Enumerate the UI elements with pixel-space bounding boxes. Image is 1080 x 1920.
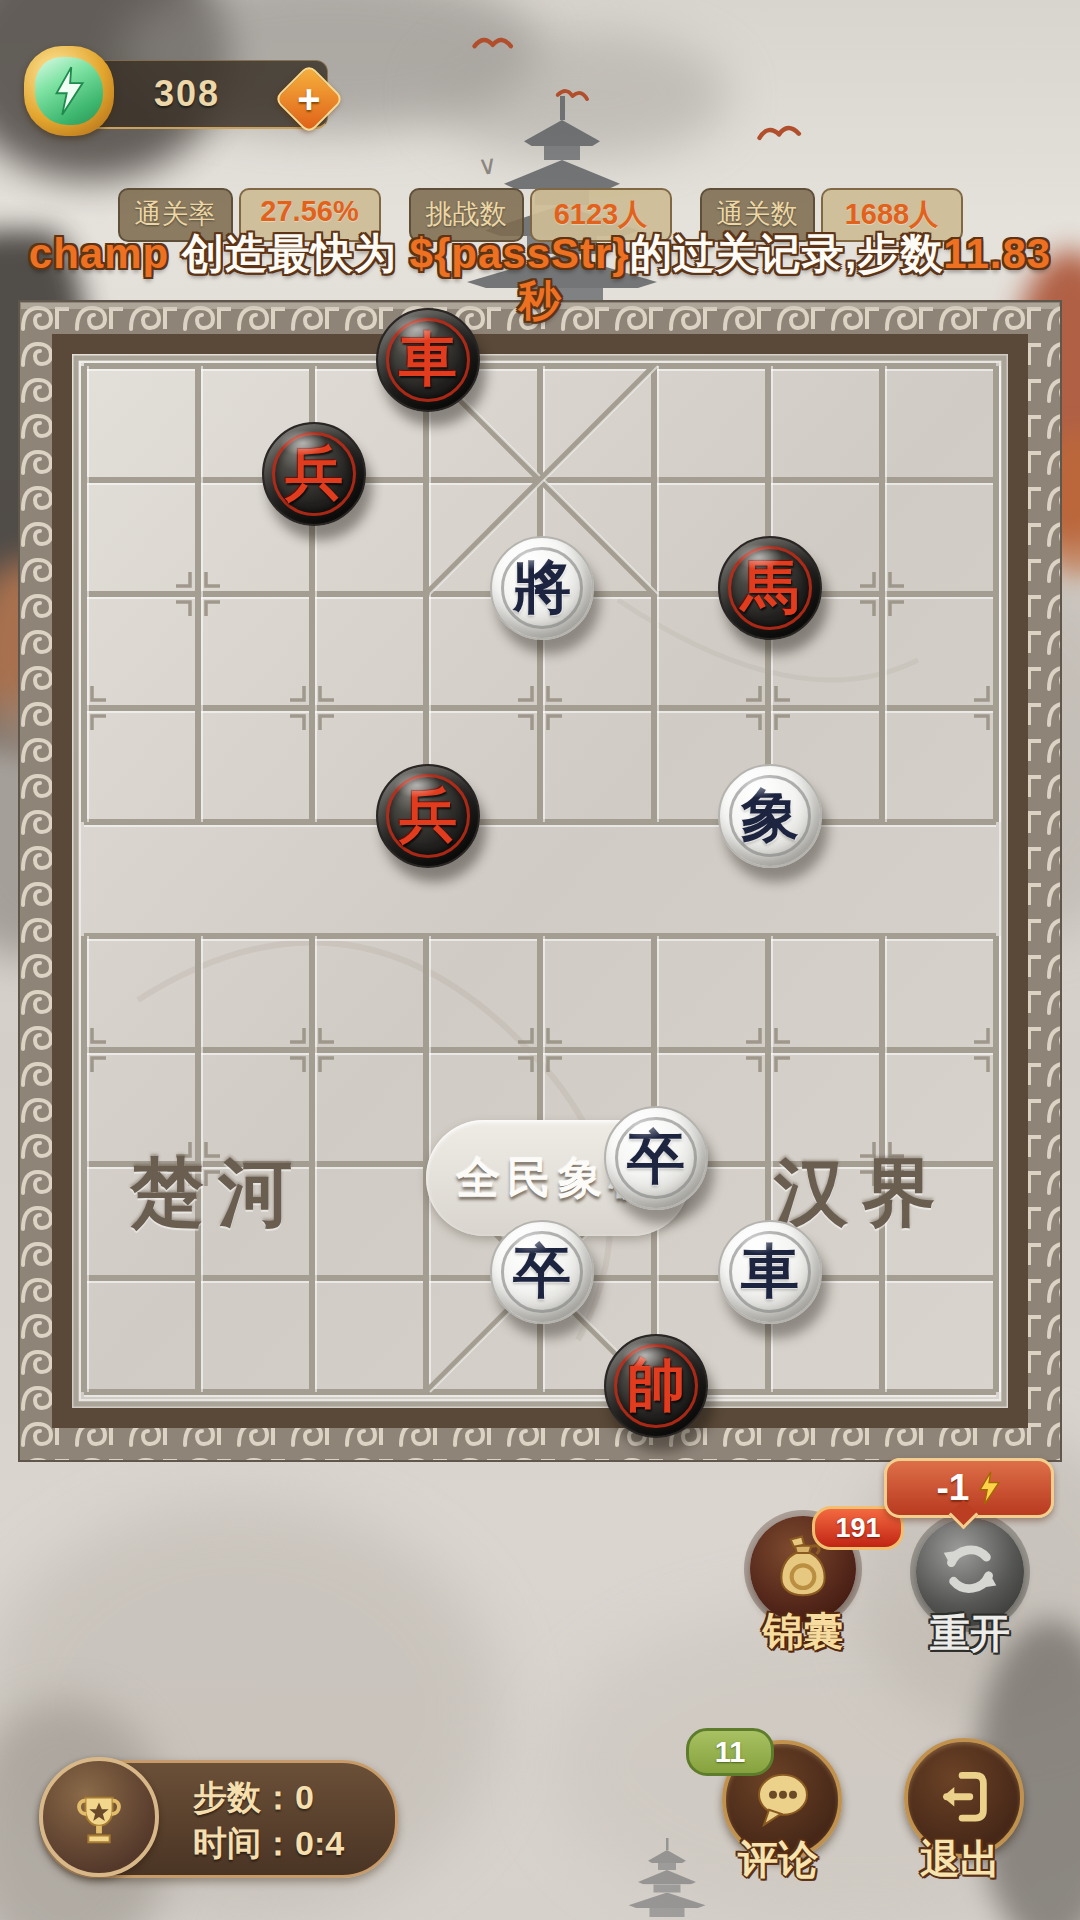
piece-車-black[interactable]: 車 [718, 1220, 822, 1324]
piece-卒-black[interactable]: 卒 [604, 1106, 708, 1210]
comments-label: 评论 [698, 1832, 858, 1887]
level-stats: 通关率 27.56% 挑战数 6123人 通关数 1688人 [0, 188, 1080, 242]
restart-cost-bubble: -1 [884, 1458, 1054, 1518]
energy-gem-icon [24, 46, 114, 136]
stat-value: 27.56% [239, 188, 381, 242]
hud-text: 步数：0 时间：0:4 [193, 1774, 344, 1866]
chat-bubble-icon [750, 1769, 814, 1829]
bird-icon [755, 116, 805, 145]
time-label: 时间： [193, 1824, 295, 1862]
stat-challengers: 挑战数 6123人 [409, 188, 672, 242]
steps-value: 0 [295, 1778, 314, 1816]
piece-將-black[interactable]: 將 [490, 536, 594, 640]
pagoda-silhouette-small [640, 1838, 695, 1917]
exit-icon [933, 1766, 995, 1828]
stat-pass-rate: 通关率 27.56% [118, 188, 381, 242]
piece-象-black[interactable]: 象 [718, 764, 822, 868]
piece-車-red[interactable]: 車 [376, 308, 480, 412]
time-value: 0:4 [295, 1824, 344, 1862]
piece-馬-red[interactable]: 馬 [718, 536, 822, 640]
energy-count: 308 [154, 73, 260, 115]
hud-panel: 步数：0 时间：0:4 [40, 1760, 398, 1878]
trophy-badge [39, 1757, 159, 1877]
trophy-icon [68, 1786, 130, 1848]
game-screen: ∨ 308 + 通关率 27.56% 挑战数 6123人 [0, 0, 1080, 1920]
lightning-icon [50, 66, 88, 116]
lightning-icon [977, 1471, 1001, 1505]
stat-label: 挑战数 [409, 188, 524, 242]
exit-label: 退出 [880, 1832, 1040, 1887]
refresh-icon [935, 1534, 1005, 1604]
stat-passers: 通关数 1688人 [700, 188, 963, 242]
bird-icon [472, 30, 516, 52]
piece-卒-black[interactable]: 卒 [490, 1220, 594, 1324]
stat-label: 通关数 [700, 188, 815, 242]
stat-label: 通关率 [118, 188, 233, 242]
stat-value: 6123人 [530, 188, 672, 242]
hint-label: 锦囊 [723, 1604, 883, 1659]
piece-兵-red[interactable]: 兵 [262, 422, 366, 526]
piece-兵-red[interactable]: 兵 [376, 764, 480, 868]
steps-label: 步数： [193, 1778, 295, 1816]
plus-icon: + [286, 76, 332, 122]
restart-label: 重开 [890, 1606, 1050, 1661]
comments-count-badge: 11 [686, 1728, 774, 1776]
river-label-left: 楚河 [88, 1144, 348, 1244]
piece-帥-red[interactable]: 帥 [604, 1334, 708, 1438]
stat-value: 1688人 [821, 188, 963, 242]
